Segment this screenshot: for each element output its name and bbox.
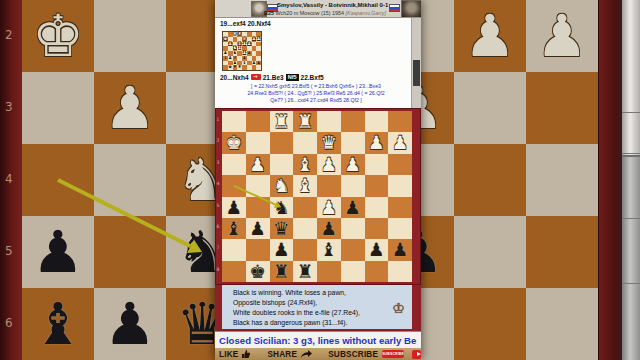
board-square[interactable]	[341, 261, 365, 282]
share-arrow-icon[interactable]	[300, 345, 313, 360]
black-piece[interactable]: ♞	[270, 197, 294, 218]
board-square[interactable]	[222, 239, 246, 260]
white-piece[interactable]: ♜	[270, 111, 294, 132]
board-square	[94, 0, 166, 72]
notation-scrollbar[interactable]	[411, 18, 421, 109]
notation-panel: 19...exf4 20.Nxf4 ♜♜♚♛♟♟♟♝♟♟♞♝♟♞♟♟♝♟♛♟♟♝…	[215, 17, 421, 109]
board-square[interactable]	[365, 154, 389, 175]
trainer-piece-icon: ♔	[391, 298, 406, 318]
board-square[interactable]	[293, 218, 317, 239]
rank-coordinate-label: 1	[217, 117, 222, 122]
white-piece[interactable]: ♟	[317, 197, 341, 218]
board-square	[454, 288, 526, 360]
annotated-move-line: 20...Nxh4-+21.Be3Nf522.Bxf5	[220, 73, 324, 81]
background-board-border-left: 23456	[0, 0, 22, 360]
white-piece: ♟	[526, 0, 598, 72]
background-scrollbar[interactable]	[622, 0, 640, 360]
black-piece: ♟	[94, 288, 166, 360]
background-scrollbar-thumb[interactable]	[622, 0, 640, 157]
board-square[interactable]: ♝	[317, 239, 341, 260]
mainline-moves[interactable]: 19...exf4 20.Nxf4	[220, 20, 271, 27]
black-piece[interactable]: ♚	[246, 261, 270, 282]
board-square	[454, 144, 526, 216]
board-square	[22, 144, 94, 216]
board-square[interactable]	[246, 175, 270, 196]
black-piece[interactable]: ♛	[270, 218, 294, 239]
board-square: ♟	[454, 0, 526, 72]
board-square: ♝	[22, 288, 94, 360]
video-title: Closed Sicilian: 3 g3, lines without ear…	[219, 335, 416, 346]
board-square[interactable]	[341, 218, 365, 239]
thumbs-up-icon[interactable]	[241, 345, 251, 360]
rank-coordinate-label: 4	[217, 181, 222, 186]
scrollbar-divider	[622, 112, 640, 113]
board-square[interactable]: ♟	[365, 132, 389, 153]
event-line: B25 Wch20 m Moscow (15) 1954 [Kasparov,G…	[255, 10, 395, 16]
board-square: ♟	[94, 288, 166, 360]
board-square[interactable]: ♜	[270, 111, 294, 132]
board-square[interactable]	[317, 175, 341, 196]
variation-line[interactable]: 24.Rxe3 Bxf5?! ( 24...Qg5?! ) 25.Ref3 Re…	[225, 90, 407, 97]
board-square	[526, 72, 598, 144]
current-move-badge[interactable]: Nf5	[286, 74, 299, 81]
eco-code: B25	[264, 10, 274, 16]
board-square[interactable]: ♟	[317, 218, 341, 239]
youtube-icon[interactable]	[412, 350, 421, 359]
board-square[interactable]	[246, 132, 270, 153]
commentary-line: Opposite bishops (24.Rxf4),	[233, 298, 412, 308]
video-frame: 23456 ♚♛♟♟♟♝♟♟♞♝♟♞♟♟♝♟♛♟ Smyslov,Vassily…	[0, 0, 640, 360]
chessbase-app-overlay: Smyslov,Vassily - Botvinnik,Mikhail 0-1 …	[215, 0, 421, 360]
white-piece[interactable]: ♟	[317, 154, 341, 175]
move-20-black[interactable]: 20...Nxh4	[220, 74, 249, 81]
board-square: ♟	[22, 216, 94, 288]
black-piece[interactable]: ♟	[270, 239, 294, 260]
board-square[interactable]	[388, 175, 412, 196]
white-piece: ♟	[454, 0, 526, 72]
subscribe-button[interactable]: SUBSCRIBE	[382, 350, 404, 358]
rank-coordinate-label: 4	[5, 172, 19, 186]
board-square[interactable]: ♟	[246, 154, 270, 175]
black-piece[interactable]: ♟	[341, 197, 365, 218]
board-square[interactable]: ♟	[246, 218, 270, 239]
board-square[interactable]: ♚	[222, 132, 246, 153]
white-piece[interactable]: ♟	[388, 132, 412, 153]
board-square[interactable]: ♝	[293, 154, 317, 175]
board-frame: ♜♜♚♛♟♟♟♝♟♟♞♝♟♞♟♟♝♟♛♟♟♝♟♟♚♜♜ 12345678	[215, 108, 421, 285]
board-square[interactable]	[222, 111, 246, 132]
board-square[interactable]	[246, 111, 270, 132]
board-square	[454, 72, 526, 144]
board-square[interactable]: ♚	[246, 261, 270, 282]
board-square[interactable]: ♟	[388, 239, 412, 260]
black-piece[interactable]: ♟	[388, 239, 412, 260]
board-square[interactable]: ♞	[270, 175, 294, 196]
commentary-line: Black is winning. White loses a pawn,	[233, 288, 412, 298]
board-square[interactable]	[317, 261, 341, 282]
board-square	[454, 216, 526, 288]
board-square[interactable]	[388, 111, 412, 132]
move-22-white[interactable]: 22.Bxf5	[301, 74, 324, 81]
board-square[interactable]	[365, 218, 389, 239]
commentary-text-box: Black is winning. White loses a pawn, Op…	[222, 285, 412, 329]
white-piece[interactable]: ♟	[341, 154, 365, 175]
black-piece[interactable]: ♝	[317, 239, 341, 260]
black-piece[interactable]: ♜	[270, 261, 294, 282]
black-piece[interactable]: ♟	[365, 239, 389, 260]
board-square[interactable]	[293, 239, 317, 260]
board-square[interactable]: ♟	[365, 239, 389, 260]
board-square[interactable]: ♟	[341, 154, 365, 175]
commentary-line: White doubles rooks in the e-file (27.Re…	[233, 308, 412, 318]
board-square	[526, 216, 598, 288]
scrollbar-divider	[622, 218, 640, 219]
white-piece[interactable]: ♟	[246, 154, 270, 175]
variation-line[interactable]: Qe7? ) 26...cxd4 27.cxd4 Rxd5 28.Qf2 ]	[225, 97, 407, 104]
board-square[interactable]: ♛	[270, 218, 294, 239]
board-square[interactable]: ♟	[341, 197, 365, 218]
scrollbar-divider	[622, 283, 640, 284]
board-square[interactable]	[388, 261, 412, 282]
background-board-border-right	[598, 0, 623, 360]
white-piece[interactable]: ♝	[293, 175, 317, 196]
white-piece: ♟	[94, 72, 166, 144]
rank-coordinate-label: 6	[5, 316, 19, 330]
board-square[interactable]	[341, 239, 365, 260]
rank-coordinate-label: 5	[217, 203, 222, 208]
board-square[interactable]: ♟	[222, 197, 246, 218]
board-square[interactable]	[270, 154, 294, 175]
board-square[interactable]: ♟	[317, 154, 341, 175]
white-piece[interactable]: ♜	[293, 111, 317, 132]
board-square[interactable]	[293, 197, 317, 218]
board-square[interactable]: ♝	[222, 218, 246, 239]
main-chess-board[interactable]: ♜♜♚♛♟♟♟♝♟♟♞♝♟♞♟♟♝♟♛♟♟♝♟♟♚♜♜	[222, 111, 412, 282]
like-button[interactable]: LIKE	[219, 350, 238, 359]
board-square[interactable]	[365, 197, 389, 218]
scrollbar-divider	[622, 153, 640, 154]
board-square[interactable]	[270, 132, 294, 153]
board-square[interactable]	[365, 111, 389, 132]
board-square[interactable]	[341, 175, 365, 196]
white-piece[interactable]: ♚	[222, 132, 246, 153]
board-square: ♟	[94, 72, 166, 144]
commentary-panel: Black is winning. White loses a pawn, Op…	[215, 285, 421, 331]
board-square	[94, 144, 166, 216]
evaluation-badge: -+	[251, 74, 261, 80]
board-square[interactable]	[365, 175, 389, 196]
black-piece[interactable]: ♟	[317, 218, 341, 239]
board-square	[22, 72, 94, 144]
commentary-line: Black has a dangerous pawn (31...f4).	[233, 318, 412, 328]
board-square[interactable]	[388, 218, 412, 239]
variation-lines[interactable]: [ = 22.Nxh5 gxh5 23.Bxf5 ( = 23.Bxh6 Qxh…	[225, 83, 407, 105]
black-piece: ♟	[22, 216, 94, 288]
board-square[interactable]: ♟	[270, 239, 294, 260]
black-piece[interactable]: ♟	[246, 218, 270, 239]
rank-coordinate-label: 6	[217, 224, 222, 229]
board-square[interactable]: ♜	[270, 261, 294, 282]
board-square[interactable]: ♛	[317, 132, 341, 153]
white-piece[interactable]: ♛	[317, 132, 341, 153]
board-square[interactable]	[222, 154, 246, 175]
variation-line[interactable]: [ = 22.Nxh5 gxh5 23.Bxf5 ( = 23.Bxh6 Qxh…	[225, 83, 407, 90]
black-piece[interactable]: ♝	[222, 218, 246, 239]
players-result-title: Smyslov,Vassily - Botvinnik,Mikhail 0-1	[277, 2, 387, 8]
rank-coordinate-label: 3	[5, 100, 19, 114]
annotator: [Kasparov,Garry]	[346, 10, 386, 16]
share-button[interactable]: SHARE	[267, 350, 297, 359]
white-piece[interactable]: ♞	[270, 175, 294, 196]
board-square[interactable]: ♜	[293, 111, 317, 132]
game-header: Smyslov,Vassily - Botvinnik,Mikhail 0-1 …	[215, 0, 421, 17]
board-square[interactable]	[388, 197, 412, 218]
board-square[interactable]	[293, 132, 317, 153]
rank-coordinate-label: 2	[5, 28, 19, 42]
board-square[interactable]	[341, 132, 365, 153]
board-square[interactable]	[246, 197, 270, 218]
white-piece[interactable]: ♝	[293, 154, 317, 175]
board-square[interactable]	[222, 175, 246, 196]
event-name: Wch20 m Moscow (15) 1954	[275, 10, 344, 16]
move-21-white[interactable]: 21.Be3	[263, 74, 284, 81]
board-square[interactable]: ♜	[293, 261, 317, 282]
board-square: ♚	[22, 0, 94, 72]
black-piece[interactable]: ♟	[222, 197, 246, 218]
board-square[interactable]: ♟	[388, 132, 412, 153]
board-square	[526, 144, 598, 216]
board-square[interactable]	[246, 239, 270, 260]
board-square[interactable]	[365, 261, 389, 282]
rank-coordinate-label: 5	[5, 244, 19, 258]
black-piece: ♝	[22, 288, 94, 360]
white-piece[interactable]: ♟	[365, 132, 389, 153]
board-square[interactable]	[222, 261, 246, 282]
board-square[interactable]	[317, 111, 341, 132]
board-square[interactable]	[341, 111, 365, 132]
board-square	[256, 65, 261, 70]
white-piece: ♚	[22, 0, 94, 72]
black-piece[interactable]: ♜	[293, 261, 317, 282]
notation-scrollbar-thumb[interactable]	[413, 60, 420, 86]
board-square: ♟	[526, 0, 598, 72]
social-action-bar: LIKE SHARE SUBSCRIBE SUBSCRIBE	[215, 348, 421, 360]
rank-coordinate-label: 3	[217, 160, 222, 165]
diagram-thumbnail: ♜♜♚♛♟♟♟♝♟♟♞♝♟♞♟♟♝♟♛♟♟♝♟♟♚♜♜	[222, 31, 262, 71]
board-square	[526, 288, 598, 360]
board-square[interactable]	[388, 154, 412, 175]
board-square[interactable]: ♟	[317, 197, 341, 218]
rank-coordinate-label: 7	[217, 245, 222, 250]
board-square[interactable]: ♝	[293, 175, 317, 196]
rank-coordinate-label: 2	[217, 138, 222, 143]
rank-coordinate-label: 8	[217, 267, 222, 272]
board-square	[94, 216, 166, 288]
board-square[interactable]: ♞	[270, 197, 294, 218]
subscribe-label[interactable]: SUBSCRIBE	[328, 350, 378, 359]
